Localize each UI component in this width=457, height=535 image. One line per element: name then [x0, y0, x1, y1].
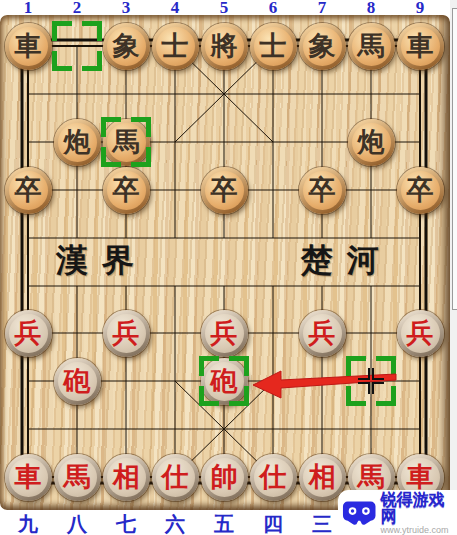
piece-black-象[interactable]: 象	[103, 23, 150, 70]
piece-glyph: 象	[309, 33, 336, 60]
file-label-bottom-4: 六	[165, 511, 185, 535]
xiangqi-app: 123456789 漢界 楚河 車象士將士象馬車炮馬炮卒卒卒卒卒兵兵兵兵兵砲砲車…	[0, 0, 457, 535]
right-window-strip	[450, 0, 457, 535]
piece-red-車[interactable]: 車	[5, 454, 52, 501]
piece-glyph: 馬	[358, 464, 385, 491]
file-label-bottom-3: 七	[116, 511, 136, 535]
river-label-right: 楚河	[301, 239, 393, 283]
piece-glyph: 卒	[407, 177, 434, 204]
piece-glyph: 帥	[211, 464, 238, 491]
piece-black-卒[interactable]: 卒	[5, 167, 52, 214]
piece-glyph: 車	[15, 33, 42, 60]
piece-glyph: 馬	[64, 464, 91, 491]
piece-glyph: 兵	[113, 320, 140, 347]
piece-glyph: 砲	[64, 368, 91, 395]
piece-red-仕[interactable]: 仕	[152, 454, 199, 501]
piece-glyph: 兵	[309, 320, 336, 347]
piece-black-卒[interactable]: 卒	[397, 167, 444, 214]
piece-red-馬[interactable]: 馬	[54, 454, 101, 501]
piece-glyph: 仕	[260, 464, 287, 491]
piece-black-車[interactable]: 車	[397, 23, 444, 70]
piece-black-士[interactable]: 士	[250, 23, 297, 70]
file-label-bottom-7: 三	[312, 511, 332, 535]
piece-glyph: 車	[407, 33, 434, 60]
piece-glyph: 士	[162, 33, 189, 60]
piece-black-炮[interactable]: 炮	[348, 119, 395, 166]
piece-black-卒[interactable]: 卒	[201, 167, 248, 214]
piece-glyph: 車	[407, 464, 434, 491]
piece-glyph: 卒	[211, 177, 238, 204]
piece-glyph: 車	[15, 464, 42, 491]
piece-glyph: 卒	[113, 177, 140, 204]
file-label-bottom-1: 九	[18, 511, 38, 535]
piece-glyph: 炮	[358, 129, 385, 156]
gamepad-logo-icon	[342, 500, 376, 526]
piece-black-車[interactable]: 車	[5, 23, 52, 70]
watermark: 锐得游戏网 www.ytruide.com	[338, 490, 457, 535]
piece-red-相[interactable]: 相	[299, 454, 346, 501]
piece-glyph: 卒	[15, 177, 42, 204]
piece-glyph: 相	[113, 464, 140, 491]
piece-red-仕[interactable]: 仕	[250, 454, 297, 501]
piece-black-卒[interactable]: 卒	[299, 167, 346, 214]
piece-glyph: 將	[211, 33, 238, 60]
piece-red-帥[interactable]: 帥	[201, 454, 248, 501]
piece-glyph: 兵	[211, 320, 238, 347]
river-label-left: 漢界	[56, 239, 148, 283]
piece-red-兵[interactable]: 兵	[397, 310, 444, 357]
piece-glyph: 馬	[358, 33, 385, 60]
watermark-title: 锐得游戏网	[380, 491, 457, 525]
piece-red-兵[interactable]: 兵	[103, 310, 150, 357]
right-panel-edge	[452, 8, 457, 310]
piece-black-士[interactable]: 士	[152, 23, 199, 70]
file-label-bottom-2: 八	[67, 511, 87, 535]
piece-black-馬[interactable]: 馬	[348, 23, 395, 70]
highlight-black-horse-destination	[101, 117, 151, 167]
highlight-red-cannon-destination	[199, 356, 249, 406]
piece-red-兵[interactable]: 兵	[299, 310, 346, 357]
xiangqi-board[interactable]: 漢界 楚河 車象士將士象馬車炮馬炮卒卒卒卒卒兵兵兵兵兵砲砲車馬相仕帥仕相馬車	[0, 15, 450, 510]
piece-red-兵[interactable]: 兵	[5, 310, 52, 357]
piece-glyph: 象	[113, 33, 140, 60]
piece-glyph: 仕	[162, 464, 189, 491]
piece-red-相[interactable]: 相	[103, 454, 150, 501]
piece-red-砲[interactable]: 砲	[54, 358, 101, 405]
piece-black-象[interactable]: 象	[299, 23, 346, 70]
piece-glyph: 士	[260, 33, 287, 60]
highlight-red-cannon-origin-cursor	[346, 356, 396, 406]
piece-black-將[interactable]: 將	[201, 23, 248, 70]
piece-glyph: 兵	[15, 320, 42, 347]
piece-glyph: 相	[309, 464, 336, 491]
watermark-url: www.ytruide.com	[380, 525, 457, 535]
piece-glyph: 兵	[407, 320, 434, 347]
piece-black-卒[interactable]: 卒	[103, 167, 150, 214]
file-label-bottom-5: 五	[214, 511, 234, 535]
file-label-bottom-6: 四	[263, 511, 283, 535]
piece-red-兵[interactable]: 兵	[201, 310, 248, 357]
piece-glyph: 炮	[64, 129, 91, 156]
piece-glyph: 卒	[309, 177, 336, 204]
piece-black-炮[interactable]: 炮	[54, 119, 101, 166]
highlight-black-horse-origin	[52, 21, 102, 71]
